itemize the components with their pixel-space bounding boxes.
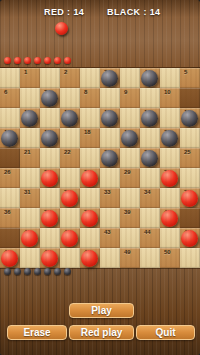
square-22[interactable]: 22 [60, 148, 80, 168]
square-number: 5 [184, 69, 187, 76]
black-piece[interactable] [161, 130, 178, 147]
square-11[interactable]: 11 [20, 108, 40, 128]
black-tray-dot [44, 268, 51, 275]
square-r9c9 [180, 248, 200, 268]
red-play-button[interactable]: Red play [69, 325, 134, 340]
play-button[interactable]: Play [69, 303, 134, 318]
square-37[interactable]: 37 [40, 208, 60, 228]
square-6[interactable]: 6 [0, 88, 20, 108]
square-number: 1 [24, 69, 27, 76]
square-r8c8 [160, 228, 180, 248]
black-tray-dot [34, 268, 41, 275]
square-number: 44 [144, 229, 151, 236]
square-49[interactable]: 49 [120, 248, 140, 268]
draughts-board: 1234567891011121314151617181920212223242… [0, 67, 200, 269]
square-10[interactable]: 10 [160, 88, 180, 108]
square-r4c2 [40, 148, 60, 168]
red-piece[interactable] [41, 170, 58, 187]
square-number: 22 [64, 149, 71, 156]
square-number: 25 [184, 149, 191, 156]
square-number: 21 [24, 149, 31, 156]
black-tray-dot [14, 268, 21, 275]
square-26[interactable]: 26 [0, 168, 20, 188]
square-36[interactable]: 36 [0, 208, 20, 228]
square-24[interactable]: 24 [140, 148, 160, 168]
square-r0c0 [0, 68, 20, 88]
black-tray-dot [24, 268, 31, 275]
square-r4c4 [80, 148, 100, 168]
black-tray-dot [54, 268, 61, 275]
square-r0c4 [80, 68, 100, 88]
square-number: 39 [124, 209, 131, 216]
square-5[interactable]: 5 [180, 68, 200, 88]
square-50[interactable]: 50 [160, 248, 180, 268]
square-r4c0 [0, 148, 20, 168]
square-31[interactable]: 31 [20, 188, 40, 208]
square-r9c1 [20, 248, 40, 268]
square-r1c3 [60, 88, 80, 108]
square-r2c8 [160, 108, 180, 128]
square-18[interactable]: 18 [80, 128, 100, 148]
red-tray-dot [34, 57, 41, 64]
checkers-app: RED : 14 BLACK : 14 12345678910111213141… [0, 0, 200, 355]
square-r1c7 [140, 88, 160, 108]
red-captured-tray [4, 57, 71, 64]
square-44[interactable]: 44 [140, 228, 160, 248]
square-8[interactable]: 8 [80, 88, 100, 108]
black-captured-tray [4, 268, 71, 275]
square-number: 36 [4, 209, 11, 216]
floating-red-piece[interactable] [55, 22, 68, 35]
black-piece[interactable] [141, 150, 158, 167]
square-45[interactable]: 45 [180, 228, 200, 248]
red-piece[interactable] [81, 210, 98, 227]
square-r3c3 [60, 128, 80, 148]
square-2[interactable]: 2 [60, 68, 80, 88]
square-number: 31 [24, 189, 31, 196]
square-27[interactable]: 27 [40, 168, 60, 188]
square-23[interactable]: 23 [100, 148, 120, 168]
square-r7c5 [100, 208, 120, 228]
red-tray-dot [4, 57, 11, 64]
square-9[interactable]: 9 [120, 88, 140, 108]
square-15[interactable]: 15 [180, 108, 200, 128]
square-1[interactable]: 1 [20, 68, 40, 88]
square-13[interactable]: 13 [100, 108, 120, 128]
square-r1c9 [180, 88, 200, 108]
red-tray-dot [64, 57, 71, 64]
square-r6c0 [0, 188, 20, 208]
black-piece[interactable] [41, 90, 58, 107]
black-piece[interactable] [181, 110, 198, 127]
square-29[interactable]: 29 [120, 168, 140, 188]
black-piece[interactable] [1, 130, 18, 147]
square-16[interactable]: 16 [0, 128, 20, 148]
red-piece[interactable] [161, 170, 178, 187]
square-r4c6 [120, 148, 140, 168]
square-r5c7 [140, 168, 160, 188]
square-r9c5 [100, 248, 120, 268]
square-number: 2 [64, 69, 67, 76]
square-r5c3 [60, 168, 80, 188]
square-number: 49 [124, 249, 131, 256]
black-piece[interactable] [141, 110, 158, 127]
square-r2c0 [0, 108, 20, 128]
square-number: 43 [104, 229, 111, 236]
black-piece[interactable] [21, 110, 38, 127]
square-r9c3 [60, 248, 80, 268]
red-tray-dot [44, 57, 51, 64]
square-r3c9 [180, 128, 200, 148]
red-piece[interactable] [81, 250, 98, 267]
square-number: 50 [164, 249, 171, 256]
square-25[interactable]: 25 [180, 148, 200, 168]
square-41[interactable]: 41 [20, 228, 40, 248]
square-r3c1 [20, 128, 40, 148]
square-40[interactable]: 40 [160, 208, 180, 228]
red-piece[interactable] [161, 210, 178, 227]
red-tray-dot [54, 57, 61, 64]
square-43[interactable]: 43 [100, 228, 120, 248]
black-piece[interactable] [121, 130, 138, 147]
square-r8c0 [0, 228, 20, 248]
square-r4c8 [160, 148, 180, 168]
square-r8c2 [40, 228, 60, 248]
square-r6c4 [80, 188, 100, 208]
black-tray-dot [64, 268, 71, 275]
square-30[interactable]: 30 [160, 168, 180, 188]
square-number: 8 [84, 89, 87, 96]
red-tray-dot [14, 57, 21, 64]
square-number: 9 [124, 89, 127, 96]
black-score-label: BLACK : 14 [107, 7, 161, 17]
square-number: 6 [4, 89, 7, 96]
square-r0c6 [120, 68, 140, 88]
square-r2c6 [120, 108, 140, 128]
black-piece[interactable] [101, 70, 118, 87]
square-r7c3 [60, 208, 80, 228]
square-r9c7 [140, 248, 160, 268]
square-17[interactable]: 17 [40, 128, 60, 148]
red-tray-dot [24, 57, 31, 64]
square-r2c2 [40, 108, 60, 128]
square-number: 29 [124, 169, 131, 176]
square-number: 10 [164, 89, 171, 96]
square-32[interactable]: 32 [60, 188, 80, 208]
square-r6c2 [40, 188, 60, 208]
black-tray-dot [4, 268, 11, 275]
red-piece[interactable] [81, 170, 98, 187]
square-r8c4 [80, 228, 100, 248]
square-r1c1 [20, 88, 40, 108]
square-r8c6 [120, 228, 140, 248]
square-38[interactable]: 38 [80, 208, 100, 228]
square-12[interactable]: 12 [60, 108, 80, 128]
red-score-label: RED : 14 [44, 7, 84, 17]
red-piece[interactable] [61, 230, 78, 247]
square-35[interactable]: 35 [180, 188, 200, 208]
quit-button[interactable]: Quit [136, 325, 195, 340]
red-piece[interactable] [21, 230, 38, 247]
red-piece[interactable] [41, 210, 58, 227]
red-piece[interactable] [1, 250, 18, 267]
black-piece[interactable] [41, 130, 58, 147]
square-7[interactable]: 7 [40, 88, 60, 108]
erase-button[interactable]: Erase [7, 325, 67, 340]
square-r1c5 [100, 88, 120, 108]
square-r7c1 [20, 208, 40, 228]
square-28[interactable]: 28 [80, 168, 100, 188]
square-r3c7 [140, 128, 160, 148]
square-19[interactable]: 19 [120, 128, 140, 148]
square-47[interactable]: 47 [40, 248, 60, 268]
square-14[interactable]: 14 [140, 108, 160, 128]
square-48[interactable]: 48 [80, 248, 100, 268]
square-r5c5 [100, 168, 120, 188]
square-number: 18 [84, 129, 91, 136]
square-34[interactable]: 34 [140, 188, 160, 208]
square-r3c5 [100, 128, 120, 148]
square-42[interactable]: 42 [60, 228, 80, 248]
square-r7c9 [180, 208, 200, 228]
black-piece[interactable] [141, 70, 158, 87]
square-33[interactable]: 33 [100, 188, 120, 208]
red-piece[interactable] [61, 190, 78, 207]
black-piece[interactable] [101, 150, 118, 167]
black-piece[interactable] [61, 110, 78, 127]
square-r7c7 [140, 208, 160, 228]
square-number: 34 [144, 189, 151, 196]
red-piece[interactable] [181, 230, 198, 247]
square-r5c9 [180, 168, 200, 188]
black-piece[interactable] [101, 110, 118, 127]
red-piece[interactable] [181, 190, 198, 207]
square-r0c2 [40, 68, 60, 88]
square-r2c4 [80, 108, 100, 128]
square-r0c8 [160, 68, 180, 88]
square-3[interactable]: 3 [100, 68, 120, 88]
square-r5c1 [20, 168, 40, 188]
square-20[interactable]: 20 [160, 128, 180, 148]
square-4[interactable]: 4 [140, 68, 160, 88]
red-piece[interactable] [41, 250, 58, 267]
square-46[interactable]: 46 [0, 248, 20, 268]
square-r6c8 [160, 188, 180, 208]
square-39[interactable]: 39 [120, 208, 140, 228]
square-number: 26 [4, 169, 11, 176]
square-21[interactable]: 21 [20, 148, 40, 168]
square-r6c6 [120, 188, 140, 208]
square-number: 33 [104, 189, 111, 196]
